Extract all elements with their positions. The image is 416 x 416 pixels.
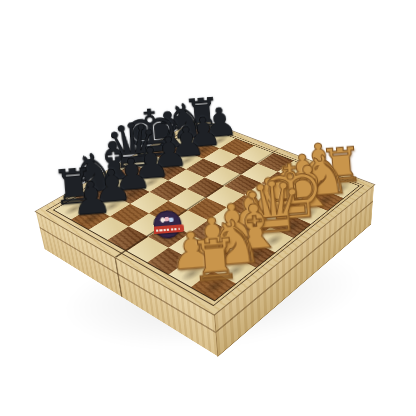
board-position-wrapper: ♜♞♝♛♚♝♞♜♟♟♟♟♟♟♟♟♟♟♟♟♟♟♟♟♜♞♝♛♚♝♞♜ [76, 69, 334, 327]
product-photo: ♜♞♝♛♚♝♞♜♟♟♟♟♟♟♟♟♟♟♟♟♟♟♟♟♜♞♝♛♚♝♞♜ [0, 0, 416, 416]
piece-black-pawn-a7: ♟ [64, 142, 115, 221]
piece-white-rook-a1: ♜ [184, 199, 243, 290]
